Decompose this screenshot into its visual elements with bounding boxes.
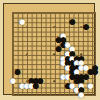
stone-black[interactable]: ● <box>15 70 20 75</box>
stone-black[interactable]: ● <box>56 47 61 52</box>
stone-black[interactable]: ● <box>92 70 97 75</box>
goban: ●●●●●●●●●●●●●●●●●●●●●●●●●●●●●●●●●●●●●●●●… <box>3 3 95 95</box>
stone-white[interactable]: ● <box>88 83 93 88</box>
star-point <box>26 53 28 55</box>
stone-white[interactable]: ● <box>10 79 15 84</box>
stone-black[interactable]: ● <box>33 83 38 88</box>
stone-white[interactable]: ● <box>79 92 84 97</box>
go-board-grid[interactable]: ●●●●●●●●●●●●●●●●●●●●●●●●●●●●●●●●●●●●●●●●… <box>12 12 96 96</box>
stone-black[interactable]: ● <box>83 24 88 29</box>
stone-white[interactable]: ● <box>19 19 24 24</box>
stone-black[interactable]: ● <box>70 19 75 24</box>
star-point <box>53 81 55 83</box>
star-point <box>26 26 28 28</box>
star-point <box>53 26 55 28</box>
